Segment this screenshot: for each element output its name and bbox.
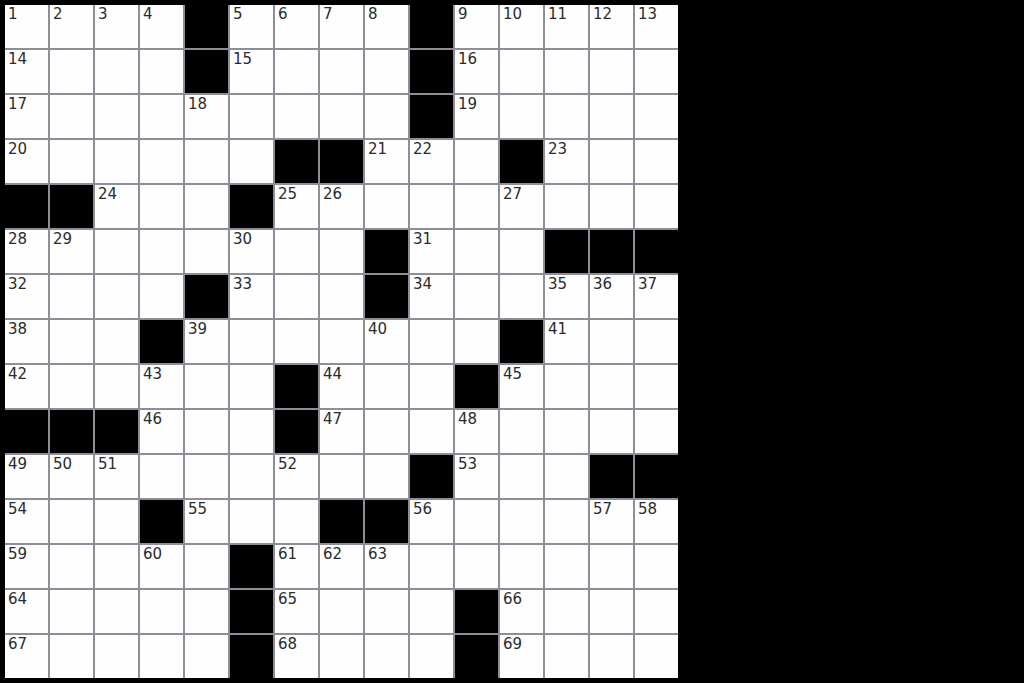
clue-number: 33: [233, 276, 252, 293]
cell-r8c6[interactable]: [230, 320, 273, 363]
clue-number: 40: [368, 321, 387, 338]
clue-number: 5: [233, 6, 243, 23]
cell-r3c2[interactable]: [50, 95, 93, 138]
cell-r15c8[interactable]: [320, 635, 363, 678]
cell-r1c3[interactable]: 3: [95, 5, 138, 48]
clue-number: 44: [323, 366, 342, 383]
cell-r14c10[interactable]: [410, 590, 453, 633]
clue-number: 30: [233, 231, 252, 248]
cell-r3c11[interactable]: 19: [455, 95, 498, 138]
cell-r11c1[interactable]: 49: [5, 455, 48, 498]
cell-r7c10[interactable]: 34: [410, 275, 453, 318]
cell-r14c11-block: [455, 590, 498, 633]
cell-r5c2-block: [50, 185, 93, 228]
cell-r12c6[interactable]: [230, 500, 273, 543]
clue-number: 35: [548, 276, 567, 293]
clue-number: 1: [8, 6, 18, 23]
cell-r9c6[interactable]: [230, 365, 273, 408]
cell-r7c6[interactable]: 33: [230, 275, 273, 318]
cell-r3c10-block: [410, 95, 453, 138]
cell-r2c12[interactable]: [500, 50, 543, 93]
cell-r15c5[interactable]: [185, 635, 228, 678]
cell-r8c13[interactable]: 41: [545, 320, 588, 363]
cell-r4c9[interactable]: 21: [365, 140, 408, 183]
cell-r1c10-block: [410, 5, 453, 48]
cell-r3c14[interactable]: [590, 95, 633, 138]
cell-r10c14[interactable]: [590, 410, 633, 453]
cell-r6c14-block: [590, 230, 633, 273]
cell-r8c1[interactable]: 38: [5, 320, 48, 363]
cell-r12c11[interactable]: [455, 500, 498, 543]
cell-r2c1[interactable]: 14: [5, 50, 48, 93]
cell-r8c8[interactable]: [320, 320, 363, 363]
clue-number: 32: [8, 276, 27, 293]
cell-r1c12[interactable]: 10: [500, 5, 543, 48]
cell-r9c8[interactable]: 44: [320, 365, 363, 408]
clue-number: 4: [143, 6, 153, 23]
cell-r1c14[interactable]: 12: [590, 5, 633, 48]
clue-number: 59: [8, 546, 27, 563]
cell-r13c14[interactable]: [590, 545, 633, 588]
cell-r2c4[interactable]: [140, 50, 183, 93]
cell-r8c10[interactable]: [410, 320, 453, 363]
clue-number: 64: [8, 591, 27, 608]
clue-number: 56: [413, 501, 432, 518]
cell-r5c7[interactable]: 25: [275, 185, 318, 228]
cell-r12c8-block: [320, 500, 363, 543]
clue-number: 19: [458, 96, 477, 113]
clue-number: 26: [323, 186, 342, 203]
cell-r5c6-block: [230, 185, 273, 228]
cell-r14c6-block: [230, 590, 273, 633]
cell-r2c7[interactable]: [275, 50, 318, 93]
clue-number: 42: [8, 366, 27, 383]
cell-r12c15[interactable]: 58: [635, 500, 678, 543]
clue-number: 14: [8, 51, 27, 68]
cell-r4c4[interactable]: [140, 140, 183, 183]
clue-number: 51: [98, 456, 117, 473]
cell-r10c2-block: [50, 410, 93, 453]
clue-number: 8: [368, 6, 378, 23]
cell-r8c12-block: [500, 320, 543, 363]
cell-r5c13[interactable]: [545, 185, 588, 228]
cell-r14c13[interactable]: [545, 590, 588, 633]
clue-number: 15: [233, 51, 252, 68]
cell-r2c13[interactable]: [545, 50, 588, 93]
cell-r14c7[interactable]: 65: [275, 590, 318, 633]
cell-r6c6[interactable]: 30: [230, 230, 273, 273]
cell-r11c11[interactable]: 53: [455, 455, 498, 498]
clue-number: 66: [503, 591, 522, 608]
clue-number: 2: [53, 6, 63, 23]
cell-r3c5[interactable]: 18: [185, 95, 228, 138]
cell-r5c12[interactable]: 27: [500, 185, 543, 228]
clue-number: 52: [278, 456, 297, 473]
cell-r12c7[interactable]: [275, 500, 318, 543]
cell-r2c10-block: [410, 50, 453, 93]
cell-r10c11[interactable]: 48: [455, 410, 498, 453]
cell-r15c15[interactable]: [635, 635, 678, 678]
cell-r7c5-block: [185, 275, 228, 318]
cell-r14c4[interactable]: [140, 590, 183, 633]
cell-r11c8[interactable]: [320, 455, 363, 498]
clue-number: 43: [143, 366, 162, 383]
clue-number: 62: [323, 546, 342, 563]
cell-r2c14[interactable]: [590, 50, 633, 93]
cell-r13c15[interactable]: [635, 545, 678, 588]
cell-r3c8[interactable]: [320, 95, 363, 138]
cell-r5c14[interactable]: [590, 185, 633, 228]
cell-r12c1[interactable]: 54: [5, 500, 48, 543]
clue-number: 37: [638, 276, 657, 293]
cell-r10c4[interactable]: 46: [140, 410, 183, 453]
right-black-filler: [683, 0, 1024, 683]
crossword-board: 1234567891011121314151617181920212223242…: [0, 0, 683, 683]
cell-r13c11[interactable]: [455, 545, 498, 588]
cell-r15c12[interactable]: 69: [500, 635, 543, 678]
clue-number: 49: [8, 456, 27, 473]
cell-r1c9[interactable]: 8: [365, 5, 408, 48]
cell-r4c10[interactable]: 22: [410, 140, 453, 183]
cell-r1c4[interactable]: 4: [140, 5, 183, 48]
cell-r6c7[interactable]: [275, 230, 318, 273]
cell-r15c3[interactable]: [95, 635, 138, 678]
cell-r3c7[interactable]: [275, 95, 318, 138]
cell-r5c1-block: [5, 185, 48, 228]
cell-r2c9[interactable]: [365, 50, 408, 93]
clue-number: 25: [278, 186, 297, 203]
cell-r10c7-block: [275, 410, 318, 453]
cell-r10c5[interactable]: [185, 410, 228, 453]
cell-r7c11[interactable]: [455, 275, 498, 318]
cell-r8c15[interactable]: [635, 320, 678, 363]
cell-r9c15[interactable]: [635, 365, 678, 408]
clue-number: 27: [503, 186, 522, 203]
cell-r10c15[interactable]: [635, 410, 678, 453]
cell-r13c5[interactable]: [185, 545, 228, 588]
cell-r5c11[interactable]: [455, 185, 498, 228]
cell-r3c15[interactable]: [635, 95, 678, 138]
cell-r13c4[interactable]: 60: [140, 545, 183, 588]
cell-r2c11[interactable]: 16: [455, 50, 498, 93]
cell-r13c6-block: [230, 545, 273, 588]
cell-r5c3[interactable]: 24: [95, 185, 138, 228]
cell-r14c12[interactable]: 66: [500, 590, 543, 633]
clue-number: 20: [8, 141, 27, 158]
cell-r13c10[interactable]: [410, 545, 453, 588]
cell-r13c9[interactable]: 63: [365, 545, 408, 588]
clue-number: 10: [503, 6, 522, 23]
cell-r5c10[interactable]: [410, 185, 453, 228]
cell-r7c1[interactable]: 32: [5, 275, 48, 318]
cell-r8c9[interactable]: 40: [365, 320, 408, 363]
cell-r8c4-block: [140, 320, 183, 363]
cell-r5c8[interactable]: 26: [320, 185, 363, 228]
clue-number: 21: [368, 141, 387, 158]
cell-r15c7[interactable]: 68: [275, 635, 318, 678]
screenshot-root: 1234567891011121314151617181920212223242…: [0, 0, 1024, 683]
cell-r13c8[interactable]: 62: [320, 545, 363, 588]
cell-r14c2[interactable]: [50, 590, 93, 633]
cell-r2c5-block: [185, 50, 228, 93]
cell-r2c8[interactable]: [320, 50, 363, 93]
clue-number: 34: [413, 276, 432, 293]
cell-r9c5[interactable]: [185, 365, 228, 408]
cell-r13c13[interactable]: [545, 545, 588, 588]
cell-r6c15-block: [635, 230, 678, 273]
cell-r14c8[interactable]: [320, 590, 363, 633]
cell-r9c13[interactable]: [545, 365, 588, 408]
cell-r7c13[interactable]: 35: [545, 275, 588, 318]
clue-number: 24: [98, 186, 117, 203]
cell-r11c4[interactable]: [140, 455, 183, 498]
clue-number: 48: [458, 411, 477, 428]
cell-r10c6[interactable]: [230, 410, 273, 453]
cell-r12c10[interactable]: 56: [410, 500, 453, 543]
cell-r10c9[interactable]: [365, 410, 408, 453]
clue-number: 17: [8, 96, 27, 113]
cell-r6c11[interactable]: [455, 230, 498, 273]
cell-r4c13[interactable]: 23: [545, 140, 588, 183]
cell-r4c12-block: [500, 140, 543, 183]
cell-r15c2[interactable]: [50, 635, 93, 678]
cell-r13c2[interactable]: [50, 545, 93, 588]
clue-number: 65: [278, 591, 297, 608]
clue-number: 54: [8, 501, 27, 518]
clue-number: 55: [188, 501, 207, 518]
cell-r1c7[interactable]: 6: [275, 5, 318, 48]
cell-r14c1[interactable]: 64: [5, 590, 48, 633]
cell-r10c10[interactable]: [410, 410, 453, 453]
cell-r15c13[interactable]: [545, 635, 588, 678]
cell-r8c11[interactable]: [455, 320, 498, 363]
cell-r15c4[interactable]: [140, 635, 183, 678]
cell-r3c9[interactable]: [365, 95, 408, 138]
cell-r6c1[interactable]: 28: [5, 230, 48, 273]
clue-number: 45: [503, 366, 522, 383]
cell-r6c9-block: [365, 230, 408, 273]
cell-r7c7[interactable]: [275, 275, 318, 318]
clue-number: 18: [188, 96, 207, 113]
cell-r8c3[interactable]: [95, 320, 138, 363]
cell-r6c13-block: [545, 230, 588, 273]
cell-r15c6-block: [230, 635, 273, 678]
cell-r14c3[interactable]: [95, 590, 138, 633]
cell-r6c4[interactable]: [140, 230, 183, 273]
cell-r1c11[interactable]: 9: [455, 5, 498, 48]
cell-r1c2[interactable]: 2: [50, 5, 93, 48]
cell-r2c3[interactable]: [95, 50, 138, 93]
clue-number: 68: [278, 636, 297, 653]
clue-number: 61: [278, 546, 297, 563]
cell-r11c13[interactable]: [545, 455, 588, 498]
clue-number: 7: [323, 6, 333, 23]
cell-r14c5[interactable]: [185, 590, 228, 633]
cell-r11c2[interactable]: 50: [50, 455, 93, 498]
cell-r6c12[interactable]: [500, 230, 543, 273]
clue-number: 47: [323, 411, 342, 428]
clue-number: 57: [593, 501, 612, 518]
clue-number: 60: [143, 546, 162, 563]
cell-r2c6[interactable]: 15: [230, 50, 273, 93]
cell-r11c7[interactable]: 52: [275, 455, 318, 498]
cell-r4c3[interactable]: [95, 140, 138, 183]
cell-r7c4[interactable]: [140, 275, 183, 318]
clue-number: 13: [638, 6, 657, 23]
cell-r6c8[interactable]: [320, 230, 363, 273]
cell-r13c1[interactable]: 59: [5, 545, 48, 588]
cell-r9c1[interactable]: 42: [5, 365, 48, 408]
cell-r6c3[interactable]: [95, 230, 138, 273]
clue-number: 23: [548, 141, 567, 158]
cell-r4c8-block: [320, 140, 363, 183]
cell-r10c3-block: [95, 410, 138, 453]
clue-number: 39: [188, 321, 207, 338]
cell-r3c1[interactable]: 17: [5, 95, 48, 138]
cell-r1c8[interactable]: 7: [320, 5, 363, 48]
cell-r5c4[interactable]: [140, 185, 183, 228]
cell-r1c1[interactable]: 1: [5, 5, 48, 48]
cell-r10c1-block: [5, 410, 48, 453]
cell-r1c6[interactable]: 5: [230, 5, 273, 48]
cell-r4c1[interactable]: 20: [5, 140, 48, 183]
clue-number: 46: [143, 411, 162, 428]
clue-number: 41: [548, 321, 567, 338]
cell-r11c14-block: [590, 455, 633, 498]
cell-r9c3[interactable]: [95, 365, 138, 408]
clue-number: 31: [413, 231, 432, 248]
cell-r6c2[interactable]: 29: [50, 230, 93, 273]
cell-r7c3[interactable]: [95, 275, 138, 318]
cell-r8c2[interactable]: [50, 320, 93, 363]
cell-r4c2[interactable]: [50, 140, 93, 183]
cell-r6c5[interactable]: [185, 230, 228, 273]
clue-number: 36: [593, 276, 612, 293]
clue-number: 69: [503, 636, 522, 653]
clue-number: 11: [548, 6, 567, 23]
clue-number: 50: [53, 456, 72, 473]
cell-r9c9[interactable]: [365, 365, 408, 408]
cell-r2c2[interactable]: [50, 50, 93, 93]
cell-r10c8[interactable]: 47: [320, 410, 363, 453]
cell-r7c9-block: [365, 275, 408, 318]
clue-number: 58: [638, 501, 657, 518]
cell-r12c14[interactable]: 57: [590, 500, 633, 543]
cell-r12c5[interactable]: 55: [185, 500, 228, 543]
cell-r8c5[interactable]: 39: [185, 320, 228, 363]
cell-r9c12[interactable]: 45: [500, 365, 543, 408]
cell-r7c8[interactable]: [320, 275, 363, 318]
cell-r14c14[interactable]: [590, 590, 633, 633]
cell-r9c10[interactable]: [410, 365, 453, 408]
cell-r11c12[interactable]: [500, 455, 543, 498]
cell-r11c3[interactable]: 51: [95, 455, 138, 498]
clue-number: 12: [593, 6, 612, 23]
cell-r4c7-block: [275, 140, 318, 183]
cell-r11c10-block: [410, 455, 453, 498]
clue-number: 63: [368, 546, 387, 563]
cell-r3c4[interactable]: [140, 95, 183, 138]
clue-number: 53: [458, 456, 477, 473]
cell-r7c14[interactable]: 36: [590, 275, 633, 318]
cell-r7c15[interactable]: 37: [635, 275, 678, 318]
cell-r5c5[interactable]: [185, 185, 228, 228]
cell-r12c9-block: [365, 500, 408, 543]
cell-r4c5[interactable]: [185, 140, 228, 183]
cell-r9c11-block: [455, 365, 498, 408]
cell-r5c15[interactable]: [635, 185, 678, 228]
clue-number: 38: [8, 321, 27, 338]
cell-r12c12[interactable]: [500, 500, 543, 543]
cell-r7c2[interactable]: [50, 275, 93, 318]
cell-r6c10[interactable]: 31: [410, 230, 453, 273]
clue-number: 3: [98, 6, 108, 23]
cell-r10c12[interactable]: [500, 410, 543, 453]
cell-r2c15[interactable]: [635, 50, 678, 93]
cell-r4c6[interactable]: [230, 140, 273, 183]
cell-r12c4-block: [140, 500, 183, 543]
clue-number: 28: [8, 231, 27, 248]
cell-r10c13[interactable]: [545, 410, 588, 453]
cell-r1c15[interactable]: 13: [635, 5, 678, 48]
cell-r14c9[interactable]: [365, 590, 408, 633]
cell-r11c6[interactable]: [230, 455, 273, 498]
cell-r4c15[interactable]: [635, 140, 678, 183]
clue-number: 16: [458, 51, 477, 68]
cell-r7c12[interactable]: [500, 275, 543, 318]
cell-r15c1[interactable]: 67: [5, 635, 48, 678]
cell-r3c12[interactable]: [500, 95, 543, 138]
cell-r13c3[interactable]: [95, 545, 138, 588]
cell-r8c7[interactable]: [275, 320, 318, 363]
cell-r15c14[interactable]: [590, 635, 633, 678]
cell-r4c14[interactable]: [590, 140, 633, 183]
cell-r11c15-block: [635, 455, 678, 498]
cell-r3c3[interactable]: [95, 95, 138, 138]
cell-r3c13[interactable]: [545, 95, 588, 138]
cell-r4c11[interactable]: [455, 140, 498, 183]
cell-r3c6[interactable]: [230, 95, 273, 138]
cell-r9c4[interactable]: 43: [140, 365, 183, 408]
cell-r5c9[interactable]: [365, 185, 408, 228]
clue-number: 9: [458, 6, 468, 23]
clue-number: 22: [413, 141, 432, 158]
cell-r15c9[interactable]: [365, 635, 408, 678]
cell-r9c2[interactable]: [50, 365, 93, 408]
cell-r15c11-block: [455, 635, 498, 678]
cell-r1c5-block: [185, 5, 228, 48]
cell-r11c5[interactable]: [185, 455, 228, 498]
clue-number: 6: [278, 6, 288, 23]
cell-r14c15[interactable]: [635, 590, 678, 633]
cell-r13c7[interactable]: 61: [275, 545, 318, 588]
clue-number: 67: [8, 636, 27, 653]
cell-r12c13[interactable]: [545, 500, 588, 543]
cell-r12c3[interactable]: [95, 500, 138, 543]
cell-r12c2[interactable]: [50, 500, 93, 543]
cell-r9c7-block: [275, 365, 318, 408]
cell-r13c12[interactable]: [500, 545, 543, 588]
cell-r11c9[interactable]: [365, 455, 408, 498]
cell-r9c14[interactable]: [590, 365, 633, 408]
cell-r8c14[interactable]: [590, 320, 633, 363]
clue-number: 29: [53, 231, 72, 248]
cell-r15c10[interactable]: [410, 635, 453, 678]
cell-r1c13[interactable]: 11: [545, 5, 588, 48]
